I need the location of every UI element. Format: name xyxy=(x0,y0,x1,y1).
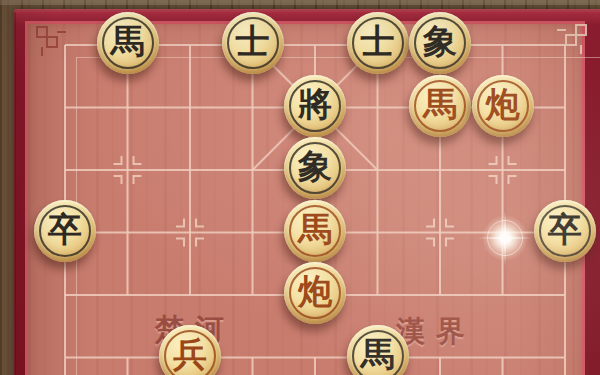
piece-black-soldier[interactable]: 卒 xyxy=(34,200,96,262)
piece-red-cannon[interactable]: 炮 xyxy=(472,75,534,137)
piece-black-horse[interactable]: 馬 xyxy=(347,325,409,375)
piece-glyph: 士 xyxy=(347,11,409,73)
piece-black-elephant[interactable]: 象 xyxy=(284,137,346,199)
piece-glyph: 馬 xyxy=(284,199,346,261)
piece-glyph: 馬 xyxy=(347,324,409,375)
piece-black-elephant[interactable]: 象 xyxy=(409,12,471,74)
piece-glyph: 卒 xyxy=(34,199,96,261)
piece-black-soldier[interactable]: 卒 xyxy=(534,200,596,262)
pieces-layer: 馬士士象將馬炮象卒馬卒炮兵馬 xyxy=(0,0,600,375)
piece-glyph: 兵 xyxy=(159,324,221,375)
piece-red-horse[interactable]: 馬 xyxy=(284,200,346,262)
piece-red-cannon[interactable]: 炮 xyxy=(284,262,346,324)
piece-black-general[interactable]: 將 xyxy=(284,75,346,137)
piece-glyph: 象 xyxy=(409,11,471,73)
piece-glyph: 士 xyxy=(222,11,284,73)
piece-glyph: 馬 xyxy=(97,11,159,73)
piece-black-advisor[interactable]: 士 xyxy=(347,12,409,74)
piece-glyph: 炮 xyxy=(472,74,534,136)
piece-black-advisor[interactable]: 士 xyxy=(222,12,284,74)
piece-glyph: 將 xyxy=(284,74,346,136)
piece-red-horse[interactable]: 馬 xyxy=(409,75,471,137)
xiangqi-game-scene: 楚河 漢界 馬士士象將馬炮象卒馬卒炮兵馬 xyxy=(0,0,600,375)
piece-glyph: 象 xyxy=(284,136,346,198)
piece-glyph: 卒 xyxy=(534,199,596,261)
piece-glyph: 炮 xyxy=(284,261,346,323)
piece-glyph: 馬 xyxy=(409,74,471,136)
piece-black-horse[interactable]: 馬 xyxy=(97,12,159,74)
piece-red-soldier[interactable]: 兵 xyxy=(159,325,221,375)
